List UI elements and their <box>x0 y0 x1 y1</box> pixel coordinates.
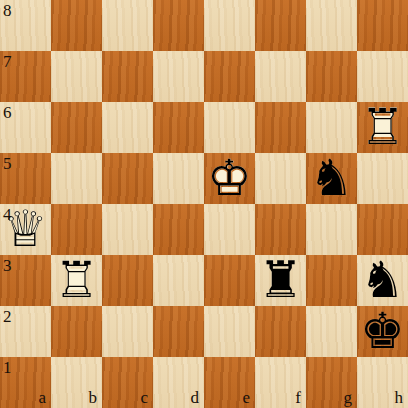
square-a1[interactable]: 1a <box>0 357 51 408</box>
square-h4[interactable] <box>357 204 408 255</box>
chess-diagram: 876♜♖5♚♔♞4♛♕3♜♖♜♞2♚1abcdefgh <box>0 0 408 408</box>
rank-label-2: 2 <box>3 308 12 325</box>
file-label-b: b <box>89 389 98 406</box>
square-c1[interactable]: c <box>102 357 153 408</box>
black-knight-glyph: ♞ <box>306 152 357 202</box>
square-b8[interactable] <box>51 0 102 51</box>
square-c5[interactable] <box>102 153 153 204</box>
square-a5[interactable]: 5 <box>0 153 51 204</box>
black-knight-piece[interactable]: ♞ <box>357 255 408 306</box>
rank-label-4: 4 <box>3 206 12 223</box>
square-c3[interactable] <box>102 255 153 306</box>
square-h5[interactable] <box>357 153 408 204</box>
square-e5[interactable]: ♚♔ <box>204 153 255 204</box>
white-rook-glyph-outline: ♖ <box>357 101 408 151</box>
white-rook-piece[interactable]: ♜♖ <box>357 102 408 153</box>
square-b3[interactable]: ♜♖ <box>51 255 102 306</box>
square-b1[interactable]: b <box>51 357 102 408</box>
square-d1[interactable]: d <box>153 357 204 408</box>
square-h8[interactable] <box>357 0 408 51</box>
square-a6[interactable]: 6 <box>0 102 51 153</box>
file-label-f: f <box>295 389 301 406</box>
square-f2[interactable] <box>255 306 306 357</box>
square-d4[interactable] <box>153 204 204 255</box>
square-c4[interactable] <box>102 204 153 255</box>
white-king-piece[interactable]: ♚♔ <box>204 153 255 204</box>
square-h6[interactable]: ♜♖ <box>357 102 408 153</box>
black-rook-piece[interactable]: ♜ <box>255 255 306 306</box>
chess-board: 876♜♖5♚♔♞4♛♕3♜♖♜♞2♚1abcdefgh <box>0 0 408 408</box>
file-label-c: c <box>140 389 148 406</box>
square-d7[interactable] <box>153 51 204 102</box>
square-b5[interactable] <box>51 153 102 204</box>
square-f1[interactable]: f <box>255 357 306 408</box>
square-f7[interactable] <box>255 51 306 102</box>
white-rook-piece[interactable]: ♜♖ <box>51 255 102 306</box>
black-knight-piece[interactable]: ♞ <box>306 153 357 204</box>
white-rook-glyph-outline: ♖ <box>51 254 102 304</box>
square-g6[interactable] <box>306 102 357 153</box>
square-a7[interactable]: 7 <box>0 51 51 102</box>
file-label-e: e <box>242 389 250 406</box>
square-b7[interactable] <box>51 51 102 102</box>
square-h1[interactable]: h <box>357 357 408 408</box>
square-f3[interactable]: ♜ <box>255 255 306 306</box>
black-knight-glyph: ♞ <box>357 254 408 304</box>
square-e7[interactable] <box>204 51 255 102</box>
square-g5[interactable]: ♞ <box>306 153 357 204</box>
square-g2[interactable] <box>306 306 357 357</box>
square-d2[interactable] <box>153 306 204 357</box>
square-d5[interactable] <box>153 153 204 204</box>
square-g7[interactable] <box>306 51 357 102</box>
square-f5[interactable] <box>255 153 306 204</box>
square-e2[interactable] <box>204 306 255 357</box>
rank-label-5: 5 <box>3 155 12 172</box>
square-b4[interactable] <box>51 204 102 255</box>
square-d6[interactable] <box>153 102 204 153</box>
rank-label-7: 7 <box>3 53 12 70</box>
square-g1[interactable]: g <box>306 357 357 408</box>
square-a3[interactable]: 3 <box>0 255 51 306</box>
square-h3[interactable]: ♞ <box>357 255 408 306</box>
black-rook-glyph: ♜ <box>255 254 306 304</box>
square-g8[interactable] <box>306 0 357 51</box>
square-b6[interactable] <box>51 102 102 153</box>
file-label-a: a <box>38 389 46 406</box>
square-f6[interactable] <box>255 102 306 153</box>
square-c8[interactable] <box>102 0 153 51</box>
square-d3[interactable] <box>153 255 204 306</box>
square-h2[interactable]: ♚ <box>357 306 408 357</box>
square-c2[interactable] <box>102 306 153 357</box>
square-e3[interactable] <box>204 255 255 306</box>
black-king-glyph: ♚ <box>357 305 408 355</box>
rank-label-6: 6 <box>3 104 12 121</box>
square-d8[interactable] <box>153 0 204 51</box>
square-h7[interactable] <box>357 51 408 102</box>
rank-label-3: 3 <box>3 257 12 274</box>
square-f8[interactable] <box>255 0 306 51</box>
file-label-g: g <box>344 389 353 406</box>
file-label-d: d <box>191 389 200 406</box>
square-e1[interactable]: e <box>204 357 255 408</box>
square-e4[interactable] <box>204 204 255 255</box>
rank-label-1: 1 <box>3 359 12 376</box>
square-e8[interactable] <box>204 0 255 51</box>
square-a8[interactable]: 8 <box>0 0 51 51</box>
square-c6[interactable] <box>102 102 153 153</box>
square-b2[interactable] <box>51 306 102 357</box>
rank-label-8: 8 <box>3 2 12 19</box>
file-label-h: h <box>395 389 404 406</box>
square-c7[interactable] <box>102 51 153 102</box>
white-king-glyph-outline: ♔ <box>204 152 255 202</box>
square-f4[interactable] <box>255 204 306 255</box>
black-king-piece[interactable]: ♚ <box>357 306 408 357</box>
square-g4[interactable] <box>306 204 357 255</box>
square-g3[interactable] <box>306 255 357 306</box>
square-e6[interactable] <box>204 102 255 153</box>
square-a4[interactable]: 4♛♕ <box>0 204 51 255</box>
square-a2[interactable]: 2 <box>0 306 51 357</box>
